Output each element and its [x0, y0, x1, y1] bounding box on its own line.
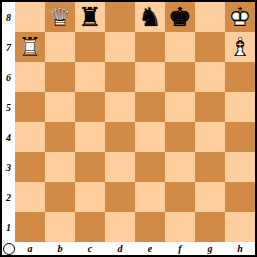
square-g4[interactable] [195, 122, 225, 152]
black-knight-glyph: ♞ [135, 2, 165, 32]
square-h8[interactable]: ♚♔ [225, 2, 255, 32]
square-e1[interactable] [135, 212, 165, 242]
square-d7[interactable] [105, 32, 135, 62]
square-a5[interactable] [15, 92, 45, 122]
square-f4[interactable] [165, 122, 195, 152]
turn-indicator-cell [2, 242, 15, 255]
square-f1[interactable] [165, 212, 195, 242]
square-d6[interactable] [105, 62, 135, 92]
rank-label-5: 5 [2, 92, 15, 122]
square-d4[interactable] [105, 122, 135, 152]
piece-black-king[interactable]: ♚ [165, 2, 195, 32]
square-a4[interactable] [15, 122, 45, 152]
square-h4[interactable] [225, 122, 255, 152]
square-f2[interactable] [165, 182, 195, 212]
board-area: 87654321 ♛♕♜♞♚♚♔♜♖♝♗ [2, 2, 255, 242]
square-e2[interactable] [135, 182, 165, 212]
square-a1[interactable] [15, 212, 45, 242]
square-h7[interactable]: ♝♗ [225, 32, 255, 62]
square-d3[interactable] [105, 152, 135, 182]
square-c2[interactable] [75, 182, 105, 212]
square-g6[interactable] [195, 62, 225, 92]
square-g8[interactable] [195, 2, 225, 32]
rank-label-1: 1 [2, 212, 15, 242]
file-label-h: h [225, 243, 255, 254]
square-g5[interactable] [195, 92, 225, 122]
square-a7[interactable]: ♜♖ [15, 32, 45, 62]
square-c4[interactable] [75, 122, 105, 152]
white-bishop-outline: ♗ [225, 32, 255, 62]
file-label-g: g [195, 243, 225, 254]
rank-label-4: 4 [2, 122, 15, 152]
square-b6[interactable] [45, 62, 75, 92]
square-b8[interactable]: ♛♕ [45, 2, 75, 32]
square-c5[interactable] [75, 92, 105, 122]
square-d1[interactable] [105, 212, 135, 242]
rank-label-2: 2 [2, 182, 15, 212]
square-h5[interactable] [225, 92, 255, 122]
square-a2[interactable] [15, 182, 45, 212]
bottom-coordinate-row: abcdefgh [2, 242, 255, 255]
square-h1[interactable] [225, 212, 255, 242]
square-e6[interactable] [135, 62, 165, 92]
white-to-move-indicator [3, 243, 15, 255]
square-b3[interactable] [45, 152, 75, 182]
black-king-glyph: ♚ [165, 2, 195, 32]
square-a8[interactable] [15, 2, 45, 32]
square-c3[interactable] [75, 152, 105, 182]
square-g2[interactable] [195, 182, 225, 212]
square-d8[interactable] [105, 2, 135, 32]
square-d5[interactable] [105, 92, 135, 122]
square-h3[interactable] [225, 152, 255, 182]
square-c7[interactable] [75, 32, 105, 62]
chess-diagram: 87654321 ♛♕♜♞♚♚♔♜♖♝♗ abcdefgh [0, 0, 257, 257]
square-f5[interactable] [165, 92, 195, 122]
piece-white-king[interactable]: ♚♔ [225, 2, 255, 32]
square-e8[interactable]: ♞ [135, 2, 165, 32]
square-f3[interactable] [165, 152, 195, 182]
file-label-a: a [15, 243, 45, 254]
file-label-e: e [135, 243, 165, 254]
square-f7[interactable] [165, 32, 195, 62]
file-label-b: b [45, 243, 75, 254]
file-label-d: d [105, 243, 135, 254]
file-label-f: f [165, 243, 195, 254]
square-h6[interactable] [225, 62, 255, 92]
square-b5[interactable] [45, 92, 75, 122]
square-h2[interactable] [225, 182, 255, 212]
black-rook-glyph: ♜ [75, 2, 105, 32]
rank-label-7: 7 [2, 32, 15, 62]
piece-black-rook[interactable]: ♜ [75, 2, 105, 32]
square-f8[interactable]: ♚ [165, 2, 195, 32]
file-labels: abcdefgh [15, 243, 255, 254]
piece-black-knight[interactable]: ♞ [135, 2, 165, 32]
square-a3[interactable] [15, 152, 45, 182]
square-c6[interactable] [75, 62, 105, 92]
square-g7[interactable] [195, 32, 225, 62]
rank-label-8: 8 [2, 2, 15, 32]
white-king-outline: ♔ [225, 2, 255, 32]
white-queen-outline: ♕ [45, 2, 75, 32]
square-g3[interactable] [195, 152, 225, 182]
square-c8[interactable]: ♜ [75, 2, 105, 32]
rank-label-3: 3 [2, 152, 15, 182]
square-b4[interactable] [45, 122, 75, 152]
square-e4[interactable] [135, 122, 165, 152]
square-f6[interactable] [165, 62, 195, 92]
square-a6[interactable] [15, 62, 45, 92]
rank-label-6: 6 [2, 62, 15, 92]
square-b7[interactable] [45, 32, 75, 62]
square-c1[interactable] [75, 212, 105, 242]
file-label-c: c [75, 243, 105, 254]
square-e7[interactable] [135, 32, 165, 62]
piece-white-rook[interactable]: ♜♖ [15, 32, 45, 62]
square-e3[interactable] [135, 152, 165, 182]
rank-labels: 87654321 [2, 2, 15, 242]
square-e5[interactable] [135, 92, 165, 122]
square-b2[interactable] [45, 182, 75, 212]
white-rook-outline: ♖ [15, 32, 45, 62]
square-d2[interactable] [105, 182, 135, 212]
square-b1[interactable] [45, 212, 75, 242]
square-g1[interactable] [195, 212, 225, 242]
board: ♛♕♜♞♚♚♔♜♖♝♗ [15, 2, 255, 242]
piece-white-bishop[interactable]: ♝♗ [225, 32, 255, 62]
piece-white-queen[interactable]: ♛♕ [45, 2, 75, 32]
